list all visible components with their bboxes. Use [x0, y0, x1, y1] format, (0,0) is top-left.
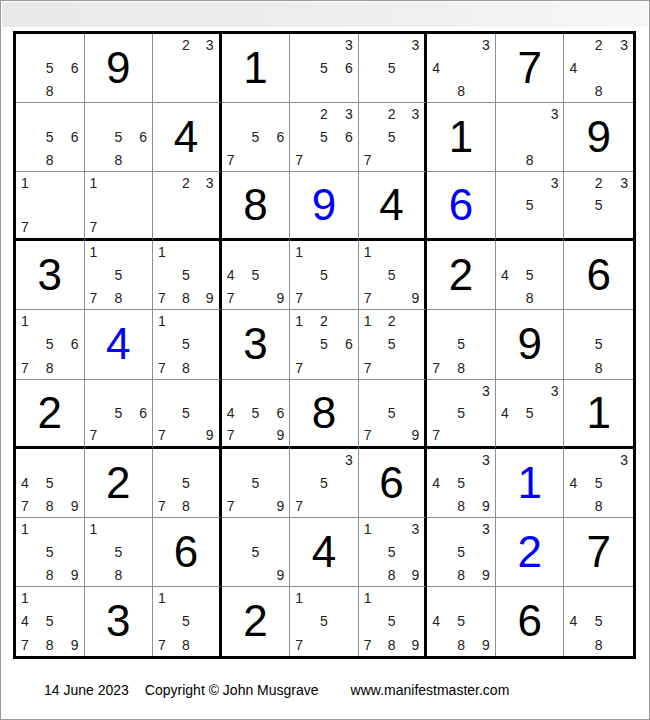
candidate-6: 6	[139, 406, 147, 420]
candidate-3: 3	[345, 107, 353, 121]
candidate-5: 5	[114, 406, 122, 420]
cell-r6c5[interactable]: 8	[290, 380, 359, 449]
candidate-4: 4	[21, 614, 29, 628]
given-digit: 3	[106, 599, 130, 643]
candidate-8: 8	[46, 499, 54, 513]
candidate-3: 3	[482, 453, 490, 467]
cell-r6c2[interactable]: 567	[85, 380, 154, 449]
pencil-marks: 38	[496, 103, 564, 171]
footer: 14 June 2023Copyright © John Musgravewww…	[44, 679, 509, 701]
candidate-5: 5	[320, 614, 328, 628]
cell-r4c3[interactable]: 15789	[153, 241, 222, 310]
candidate-8: 8	[46, 638, 54, 652]
candidate-7: 7	[364, 638, 372, 652]
candidate-6: 6	[345, 130, 353, 144]
candidate-2: 2	[388, 314, 396, 328]
candidate-8: 8	[595, 361, 603, 375]
candidate-4: 4	[501, 268, 509, 282]
cell-r3c1[interactable]: 17	[16, 172, 85, 241]
cell-r1c4[interactable]: 1	[222, 34, 291, 103]
cell-r3c9[interactable]: 235	[564, 172, 633, 241]
cell-r4c1[interactable]: 3	[16, 241, 85, 310]
candidate-7: 7	[295, 638, 303, 652]
cell-r6c1[interactable]: 2	[16, 380, 85, 449]
candidate-5: 5	[182, 614, 190, 628]
candidate-9: 9	[412, 568, 420, 582]
candidate-3: 3	[551, 107, 559, 121]
candidate-7: 7	[432, 361, 440, 375]
pencil-marks: 157	[290, 587, 358, 656]
pencil-marks: 579	[222, 449, 290, 517]
cell-r9c5[interactable]: 157	[290, 587, 359, 656]
cell-r8c5[interactable]: 4	[290, 518, 359, 587]
given-digit: 7	[517, 46, 541, 90]
cell-r2c9[interactable]: 9	[564, 103, 633, 172]
candidate-2: 2	[320, 314, 328, 328]
pencil-marks: 13589	[359, 518, 425, 586]
candidate-7: 7	[21, 361, 29, 375]
pencil-marks: 35	[496, 172, 564, 238]
candidate-5: 5	[114, 545, 122, 559]
cell-r4c9[interactable]: 6	[564, 241, 633, 310]
cell-r9c3[interactable]: 1578	[153, 587, 222, 656]
candidate-1: 1	[21, 591, 29, 605]
candidate-5: 5	[46, 476, 54, 490]
candidate-7: 7	[295, 291, 303, 305]
cell-r4c5[interactable]: 157	[290, 241, 359, 310]
candidate-7: 7	[227, 499, 235, 513]
candidate-8: 8	[46, 361, 54, 375]
candidate-4: 4	[21, 476, 29, 490]
candidate-6: 6	[71, 337, 79, 351]
candidate-4: 4	[432, 476, 440, 490]
candidate-8: 8	[114, 568, 122, 582]
pencil-marks: 2357	[359, 103, 425, 171]
cell-r7c2[interactable]: 2	[85, 449, 154, 518]
candidate-8: 8	[388, 638, 396, 652]
given-digit: 3	[38, 253, 62, 297]
candidate-5: 5	[182, 406, 190, 420]
candidate-8: 8	[457, 568, 465, 582]
candidate-8: 8	[46, 84, 54, 98]
pencil-marks: 58	[564, 310, 633, 378]
pencil-marks: 357	[290, 449, 358, 517]
candidate-5: 5	[46, 337, 54, 351]
candidate-5: 5	[595, 476, 603, 490]
candidate-8: 8	[526, 153, 534, 167]
cell-r2c2[interactable]: 568	[85, 103, 154, 172]
pencil-marks: 568	[16, 103, 84, 171]
candidate-3: 3	[551, 384, 559, 398]
candidate-1: 1	[364, 314, 372, 328]
candidate-1: 1	[158, 245, 166, 259]
candidate-5: 5	[457, 476, 465, 490]
candidate-3: 3	[206, 176, 214, 190]
candidate-5: 5	[388, 337, 396, 351]
candidate-2: 2	[595, 38, 603, 52]
pencil-marks: 45789	[16, 449, 84, 517]
candidate-7: 7	[295, 499, 303, 513]
cell-r3c3[interactable]: 23	[153, 172, 222, 241]
pencil-marks: 158	[85, 518, 153, 586]
pencil-marks: 15789	[153, 241, 219, 309]
cell-r6c3[interactable]: 579	[153, 380, 222, 449]
cell-r7c5[interactable]: 357	[290, 449, 359, 518]
cell-r5c4[interactable]: 3	[222, 310, 291, 379]
candidate-7: 7	[21, 220, 29, 234]
candidate-6: 6	[345, 61, 353, 75]
cell-r7c9[interactable]: 3458	[564, 449, 633, 518]
candidate-9: 9	[276, 428, 284, 442]
candidate-5: 5	[320, 268, 328, 282]
candidate-1: 1	[90, 176, 98, 190]
given-digit: 8	[243, 183, 267, 227]
cell-r9c2[interactable]: 3	[85, 587, 154, 656]
given-digit: 2	[243, 599, 267, 643]
candidate-5: 5	[252, 130, 260, 144]
candidate-2: 2	[320, 107, 328, 121]
pencil-marks: 357	[427, 380, 495, 446]
cell-r5c9[interactable]: 58	[564, 310, 633, 379]
given-digit: 3	[243, 322, 267, 366]
cell-r4c7[interactable]: 2	[427, 241, 496, 310]
cell-r1c7[interactable]: 348	[427, 34, 496, 103]
cell-r7c7[interactable]: 34589	[427, 449, 496, 518]
pencil-marks: 1578	[85, 241, 153, 309]
cell-r9c8[interactable]: 6	[496, 587, 565, 656]
given-digit: 6	[586, 253, 610, 297]
given-digit: 1	[586, 391, 610, 435]
cell-r5c1[interactable]: 15678	[16, 310, 85, 379]
candidate-9: 9	[482, 499, 490, 513]
candidate-4: 4	[432, 61, 440, 75]
candidate-8: 8	[114, 291, 122, 305]
candidate-5: 5	[46, 61, 54, 75]
cell-r2c3[interactable]: 4	[153, 103, 222, 172]
pencil-marks: 579	[153, 380, 219, 446]
solved-digit: 6	[449, 183, 473, 227]
cell-r7c4[interactable]: 579	[222, 449, 291, 518]
candidate-6: 6	[276, 130, 284, 144]
pencil-marks: 1578	[153, 587, 219, 656]
given-digit: 1	[243, 46, 267, 90]
candidate-5: 5	[526, 268, 534, 282]
cell-r8c6[interactable]: 13589	[359, 518, 428, 587]
candidate-3: 3	[482, 384, 490, 398]
candidate-5: 5	[595, 614, 603, 628]
pencil-marks: 2348	[564, 34, 633, 102]
candidate-7: 7	[432, 428, 440, 442]
candidate-3: 3	[412, 522, 420, 536]
cell-r8c1[interactable]: 1589	[16, 518, 85, 587]
solved-digit: 2	[517, 530, 541, 574]
footer-date: 14 June 2023	[44, 682, 129, 698]
cell-r6c6[interactable]: 579	[359, 380, 428, 449]
cell-r3c6[interactable]: 4	[359, 172, 428, 241]
candidate-5: 5	[526, 406, 534, 420]
window-top-strip	[2, 2, 648, 27]
cell-r9c1[interactable]: 145789	[16, 587, 85, 656]
candidate-1: 1	[295, 245, 303, 259]
cell-r7c8[interactable]: 1	[496, 449, 565, 518]
candidate-8: 8	[457, 361, 465, 375]
cell-r7c3[interactable]: 578	[153, 449, 222, 518]
cell-r5c6[interactable]: 1257	[359, 310, 428, 379]
candidate-5: 5	[457, 337, 465, 351]
cell-r7c1[interactable]: 45789	[16, 449, 85, 518]
sudoku-board: 5689231356353487234856856845672356723571…	[13, 31, 636, 659]
cell-r1c2[interactable]: 9	[85, 34, 154, 103]
candidate-8: 8	[182, 638, 190, 652]
cell-r5c7[interactable]: 578	[427, 310, 496, 379]
given-digit: 4	[379, 183, 403, 227]
candidate-3: 3	[620, 38, 628, 52]
candidate-9: 9	[206, 291, 214, 305]
given-digit: 2	[106, 461, 130, 505]
candidate-5: 5	[320, 476, 328, 490]
candidate-5: 5	[182, 268, 190, 282]
cell-r8c8[interactable]: 2	[496, 518, 565, 587]
given-digit: 4	[312, 530, 336, 574]
cell-r4c4[interactable]: 4579	[222, 241, 291, 310]
cell-r6c7[interactable]: 357	[427, 380, 496, 449]
candidate-7: 7	[158, 499, 166, 513]
solved-digit: 9	[312, 183, 336, 227]
candidate-9: 9	[276, 291, 284, 305]
candidate-8: 8	[526, 291, 534, 305]
given-digit: 8	[312, 391, 336, 435]
candidate-9: 9	[276, 499, 284, 513]
pencil-marks: 568	[85, 103, 153, 171]
cell-r1c5[interactable]: 356	[290, 34, 359, 103]
candidate-9: 9	[71, 638, 79, 652]
given-digit: 9	[517, 322, 541, 366]
candidate-8: 8	[457, 638, 465, 652]
given-digit: 7	[586, 530, 610, 574]
candidate-7: 7	[90, 220, 98, 234]
candidate-7: 7	[364, 428, 372, 442]
cell-r3c7[interactable]: 6	[427, 172, 496, 241]
pencil-marks: 12567	[290, 310, 358, 378]
candidate-5: 5	[114, 130, 122, 144]
pencil-marks: 579	[359, 380, 425, 446]
pencil-marks: 3589	[427, 518, 495, 586]
cell-r7c6[interactable]: 6	[359, 449, 428, 518]
candidate-1: 1	[295, 591, 303, 605]
cell-r4c2[interactable]: 1578	[85, 241, 154, 310]
candidate-5: 5	[595, 337, 603, 351]
pencil-marks: 59	[222, 518, 290, 586]
candidate-5: 5	[320, 337, 328, 351]
given-digit: 4	[174, 115, 198, 159]
cell-r2c4[interactable]: 567	[222, 103, 291, 172]
candidate-7: 7	[21, 499, 29, 513]
candidate-5: 5	[46, 614, 54, 628]
cell-r2c8[interactable]: 38	[496, 103, 565, 172]
candidate-8: 8	[182, 361, 190, 375]
candidate-4: 4	[227, 268, 235, 282]
candidate-3: 3	[345, 453, 353, 467]
cell-r2c6[interactable]: 2357	[359, 103, 428, 172]
candidate-5: 5	[388, 406, 396, 420]
pencil-marks: 145789	[16, 587, 84, 656]
candidate-9: 9	[276, 568, 284, 582]
candidate-6: 6	[71, 130, 79, 144]
given-digit: 6	[174, 530, 198, 574]
cell-r3c2[interactable]: 17	[85, 172, 154, 241]
candidate-7: 7	[227, 153, 235, 167]
candidate-1: 1	[21, 314, 29, 328]
cell-r5c5[interactable]: 12567	[290, 310, 359, 379]
candidate-1: 1	[90, 245, 98, 259]
pencil-marks: 1578	[153, 310, 219, 378]
candidate-3: 3	[620, 176, 628, 190]
candidate-9: 9	[412, 638, 420, 652]
candidate-7: 7	[158, 428, 166, 442]
candidate-6: 6	[276, 406, 284, 420]
cell-r3c4[interactable]: 8	[222, 172, 291, 241]
candidate-5: 5	[457, 545, 465, 559]
cell-r3c8[interactable]: 35	[496, 172, 565, 241]
cell-r5c8[interactable]: 9	[496, 310, 565, 379]
pencil-marks: 356	[290, 34, 358, 102]
candidate-1: 1	[158, 591, 166, 605]
candidate-8: 8	[595, 499, 603, 513]
cell-r8c9[interactable]: 7	[564, 518, 633, 587]
cell-r6c9[interactable]: 1	[564, 380, 633, 449]
candidate-4: 4	[501, 406, 509, 420]
candidate-7: 7	[158, 291, 166, 305]
cell-r1c8[interactable]: 7	[496, 34, 565, 103]
pencil-marks: 17	[16, 172, 84, 238]
candidate-2: 2	[595, 176, 603, 190]
cell-r8c3[interactable]: 6	[153, 518, 222, 587]
candidate-5: 5	[320, 130, 328, 144]
cell-r8c2[interactable]: 158	[85, 518, 154, 587]
cell-r1c6[interactable]: 35	[359, 34, 428, 103]
candidate-8: 8	[182, 499, 190, 513]
cell-r2c7[interactable]: 1	[427, 103, 496, 172]
given-digit: 2	[449, 253, 473, 297]
pencil-marks: 458	[564, 587, 633, 656]
pencil-marks: 23	[153, 34, 219, 102]
given-digit: 6	[517, 599, 541, 643]
candidate-9: 9	[482, 568, 490, 582]
candidate-6: 6	[71, 61, 79, 75]
cell-r6c8[interactable]: 345	[496, 380, 565, 449]
candidate-9: 9	[206, 428, 214, 442]
candidate-5: 5	[46, 130, 54, 144]
candidate-8: 8	[46, 568, 54, 582]
candidate-7: 7	[158, 638, 166, 652]
pencil-marks: 34589	[427, 449, 495, 517]
cell-r8c4[interactable]: 59	[222, 518, 291, 587]
pencil-marks: 348	[427, 34, 495, 102]
candidate-8: 8	[595, 638, 603, 652]
candidate-8: 8	[46, 153, 54, 167]
candidate-2: 2	[182, 38, 190, 52]
cell-r1c1[interactable]: 568	[16, 34, 85, 103]
pencil-marks: 567	[222, 103, 290, 171]
pencil-marks: 23	[153, 172, 219, 238]
cell-r2c1[interactable]: 568	[16, 103, 85, 172]
cell-r5c2[interactable]: 4	[85, 310, 154, 379]
pencil-marks: 45679	[222, 380, 290, 446]
pencil-marks: 1257	[359, 310, 425, 378]
cell-r1c3[interactable]: 23	[153, 34, 222, 103]
cell-r4c8[interactable]: 458	[496, 241, 565, 310]
cell-r9c6[interactable]: 15789	[359, 587, 428, 656]
pencil-marks: 567	[85, 380, 153, 446]
pencil-marks: 17	[85, 172, 153, 238]
candidate-1: 1	[364, 591, 372, 605]
given-digit: 9	[106, 46, 130, 90]
candidate-9: 9	[412, 428, 420, 442]
cell-r8c7[interactable]: 3589	[427, 518, 496, 587]
cell-r9c7[interactable]: 4589	[427, 587, 496, 656]
candidate-5: 5	[252, 406, 260, 420]
candidate-1: 1	[21, 176, 29, 190]
candidate-7: 7	[364, 361, 372, 375]
cell-r6c4[interactable]: 45679	[222, 380, 291, 449]
cell-r4c6[interactable]: 1579	[359, 241, 428, 310]
candidate-3: 3	[482, 522, 490, 536]
candidate-5: 5	[114, 268, 122, 282]
candidate-5: 5	[526, 198, 534, 212]
cell-r1c9[interactable]: 2348	[564, 34, 633, 103]
footer-copyright: Copyright © John Musgrave	[145, 682, 319, 698]
candidate-3: 3	[620, 453, 628, 467]
candidate-5: 5	[46, 545, 54, 559]
pencil-marks: 1589	[16, 518, 84, 586]
pencil-marks: 568	[16, 34, 84, 102]
pencil-marks: 578	[427, 310, 495, 378]
cell-r2c5[interactable]: 23567	[290, 103, 359, 172]
pencil-marks: 157	[290, 241, 358, 309]
candidate-5: 5	[388, 130, 396, 144]
candidate-3: 3	[412, 107, 420, 121]
pencil-marks: 578	[153, 449, 219, 517]
candidate-1: 1	[364, 522, 372, 536]
candidate-5: 5	[252, 476, 260, 490]
given-digit: 1	[449, 115, 473, 159]
candidate-9: 9	[71, 499, 79, 513]
candidate-5: 5	[457, 406, 465, 420]
candidate-5: 5	[320, 61, 328, 75]
footer-website: www.manifestmaster.com	[351, 682, 510, 698]
cell-r9c4[interactable]: 2	[222, 587, 291, 656]
candidate-7: 7	[90, 428, 98, 442]
candidate-7: 7	[21, 638, 29, 652]
cell-r9c9[interactable]: 458	[564, 587, 633, 656]
pencil-marks: 1579	[359, 241, 425, 309]
solved-digit: 4	[106, 322, 130, 366]
candidate-2: 2	[182, 176, 190, 190]
cell-r5c3[interactable]: 1578	[153, 310, 222, 379]
candidate-3: 3	[412, 38, 420, 52]
candidate-5: 5	[388, 268, 396, 282]
cell-r3c5[interactable]: 9	[290, 172, 359, 241]
pencil-marks: 15789	[359, 587, 425, 656]
candidate-6: 6	[345, 337, 353, 351]
candidate-4: 4	[569, 614, 577, 628]
candidate-4: 4	[432, 614, 440, 628]
pencil-marks: 4579	[222, 241, 290, 309]
given-digit: 6	[379, 461, 403, 505]
candidate-5: 5	[595, 198, 603, 212]
candidate-8: 8	[182, 291, 190, 305]
candidate-6: 6	[139, 130, 147, 144]
